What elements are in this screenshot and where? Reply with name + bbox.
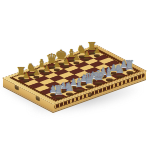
- clasp: [88, 92, 92, 98]
- chess-set-photo: ♜♞♝♚♛♝♞♜♟♟♟♟♟♟♟♟♟♟♟♟♟♟♟♟♜♞♝♚♛♝♞♜: [0, 0, 150, 150]
- piece-wooden-base: [44, 73, 49, 75]
- piece-wooden-base: [54, 69, 59, 71]
- piece-wooden-base: [84, 58, 89, 60]
- gold-piece-glyph: ♟: [19, 72, 35, 80]
- piece-wooden-base: [94, 55, 99, 57]
- silver-piece-glyph: ♜: [51, 85, 67, 96]
